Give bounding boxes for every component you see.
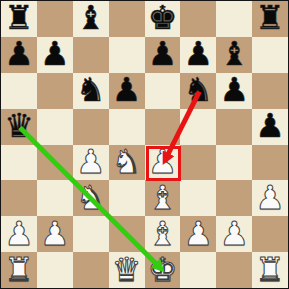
square-e3[interactable]: ♝ — [145, 180, 181, 216]
square-b4[interactable] — [37, 145, 73, 181]
piece-white-pawn[interactable]: ♟ — [148, 145, 178, 178]
square-b7[interactable]: ♟ — [37, 37, 73, 73]
square-a1[interactable]: ♜ — [1, 252, 37, 288]
square-d7[interactable] — [109, 37, 145, 73]
piece-white-knight[interactable]: ♞ — [76, 181, 106, 214]
square-g4[interactable] — [216, 145, 252, 181]
square-e6[interactable] — [145, 73, 181, 109]
square-b6[interactable] — [37, 73, 73, 109]
square-d8[interactable] — [109, 1, 145, 37]
square-d5[interactable] — [109, 109, 145, 145]
square-a5[interactable]: ♛ — [1, 109, 37, 145]
square-c2[interactable] — [73, 216, 109, 252]
square-h4[interactable] — [252, 145, 288, 181]
square-h8[interactable]: ♜ — [252, 1, 288, 37]
piece-white-rook[interactable]: ♜ — [255, 253, 285, 286]
square-c6[interactable]: ♞ — [73, 73, 109, 109]
square-e7[interactable]: ♟ — [145, 37, 181, 73]
piece-black-pawn[interactable]: ♟ — [4, 37, 34, 70]
square-c7[interactable] — [73, 37, 109, 73]
piece-black-rook[interactable]: ♜ — [255, 1, 285, 34]
chess-board: ♜♝♚♜♟♟♟♟♝♞♟♞♟♛♟♟♞♟♞♝♟♟♟♝♟♟♜♛♚♜ — [0, 0, 289, 289]
square-f3[interactable] — [180, 180, 216, 216]
piece-white-rook[interactable]: ♜ — [4, 253, 34, 286]
piece-black-bishop[interactable]: ♝ — [76, 1, 106, 34]
square-g5[interactable] — [216, 109, 252, 145]
piece-white-king[interactable]: ♚ — [148, 253, 178, 286]
piece-white-pawn[interactable]: ♟ — [219, 217, 249, 250]
square-c1[interactable] — [73, 252, 109, 288]
square-c4[interactable]: ♟ — [73, 145, 109, 181]
square-c3[interactable]: ♞ — [73, 180, 109, 216]
piece-white-pawn[interactable]: ♟ — [76, 145, 106, 178]
piece-black-knight[interactable]: ♞ — [184, 73, 214, 106]
square-f8[interactable] — [180, 1, 216, 37]
piece-black-queen[interactable]: ♛ — [4, 109, 34, 142]
piece-white-bishop[interactable]: ♝ — [148, 181, 178, 214]
square-d6[interactable]: ♟ — [109, 73, 145, 109]
square-d1[interactable]: ♛ — [109, 252, 145, 288]
square-c5[interactable] — [73, 109, 109, 145]
square-d4[interactable]: ♞ — [109, 145, 145, 181]
square-a3[interactable] — [1, 180, 37, 216]
square-e8[interactable]: ♚ — [145, 1, 181, 37]
square-f6[interactable]: ♞ — [180, 73, 216, 109]
piece-white-bishop[interactable]: ♝ — [148, 217, 178, 250]
square-a7[interactable]: ♟ — [1, 37, 37, 73]
square-g3[interactable] — [216, 180, 252, 216]
piece-black-pawn[interactable]: ♟ — [255, 109, 285, 142]
square-a6[interactable] — [1, 73, 37, 109]
piece-black-pawn[interactable]: ♟ — [40, 37, 70, 70]
square-f7[interactable]: ♟ — [180, 37, 216, 73]
piece-black-pawn[interactable]: ♟ — [219, 73, 249, 106]
square-b5[interactable] — [37, 109, 73, 145]
piece-black-pawn[interactable]: ♟ — [148, 37, 178, 70]
piece-black-pawn[interactable]: ♟ — [184, 37, 214, 70]
piece-white-pawn[interactable]: ♟ — [255, 181, 285, 214]
square-b1[interactable] — [37, 252, 73, 288]
square-a2[interactable]: ♟ — [1, 216, 37, 252]
square-g6[interactable]: ♟ — [216, 73, 252, 109]
square-d3[interactable] — [109, 180, 145, 216]
square-c8[interactable]: ♝ — [73, 1, 109, 37]
piece-black-pawn[interactable]: ♟ — [112, 73, 142, 106]
square-a8[interactable]: ♜ — [1, 1, 37, 37]
square-h1[interactable]: ♜ — [252, 252, 288, 288]
piece-white-pawn[interactable]: ♟ — [4, 217, 34, 250]
piece-white-knight[interactable]: ♞ — [112, 145, 142, 178]
square-f1[interactable] — [180, 252, 216, 288]
square-f5[interactable] — [180, 109, 216, 145]
board-grid: ♜♝♚♜♟♟♟♟♝♞♟♞♟♛♟♟♞♟♞♝♟♟♟♝♟♟♜♛♚♜ — [1, 1, 288, 288]
piece-black-bishop[interactable]: ♝ — [219, 37, 249, 70]
square-e4[interactable]: ♟ — [145, 145, 181, 181]
square-h2[interactable] — [252, 216, 288, 252]
piece-black-king[interactable]: ♚ — [148, 1, 178, 34]
square-h5[interactable]: ♟ — [252, 109, 288, 145]
piece-white-pawn[interactable]: ♟ — [184, 217, 214, 250]
square-f2[interactable]: ♟ — [180, 216, 216, 252]
square-g2[interactable]: ♟ — [216, 216, 252, 252]
square-e5[interactable] — [145, 109, 181, 145]
square-b2[interactable]: ♟ — [37, 216, 73, 252]
piece-white-queen[interactable]: ♛ — [112, 253, 142, 286]
square-b3[interactable] — [37, 180, 73, 216]
square-g1[interactable] — [216, 252, 252, 288]
square-g8[interactable] — [216, 1, 252, 37]
square-h7[interactable] — [252, 37, 288, 73]
square-h6[interactable] — [252, 73, 288, 109]
square-d2[interactable] — [109, 216, 145, 252]
piece-white-pawn[interactable]: ♟ — [40, 217, 70, 250]
square-b8[interactable] — [37, 1, 73, 37]
square-g7[interactable]: ♝ — [216, 37, 252, 73]
piece-black-rook[interactable]: ♜ — [4, 1, 34, 34]
square-e1[interactable]: ♚ — [145, 252, 181, 288]
piece-black-knight[interactable]: ♞ — [76, 73, 106, 106]
square-f4[interactable] — [180, 145, 216, 181]
square-a4[interactable] — [1, 145, 37, 181]
square-e2[interactable]: ♝ — [145, 216, 181, 252]
square-h3[interactable]: ♟ — [252, 180, 288, 216]
